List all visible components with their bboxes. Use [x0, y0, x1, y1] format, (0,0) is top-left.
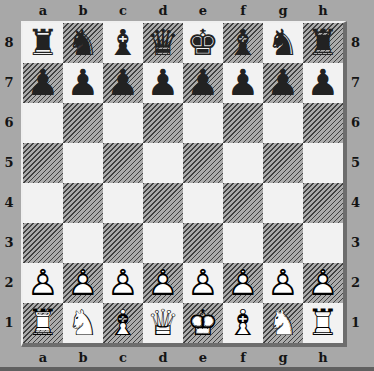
- square-a4[interactable]: [23, 183, 63, 223]
- square-b8[interactable]: ♞: [63, 23, 103, 63]
- square-g2[interactable]: ♟♙: [263, 263, 303, 303]
- piece-black-rook[interactable]: ♜: [303, 23, 343, 63]
- square-a2[interactable]: ♟♙: [23, 263, 63, 303]
- square-d7[interactable]: ♟: [143, 63, 183, 103]
- square-f2[interactable]: ♟♙: [223, 263, 263, 303]
- piece-white-knight[interactable]: ♘: [63, 303, 103, 343]
- square-e1[interactable]: ♚♔: [183, 303, 223, 343]
- square-e2[interactable]: ♟♙: [183, 263, 223, 303]
- square-g6[interactable]: [263, 103, 303, 143]
- piece-white-pawn[interactable]: ♙: [143, 263, 183, 303]
- square-d3[interactable]: [143, 223, 183, 263]
- rank-label-2: 2: [346, 263, 365, 303]
- square-c2[interactable]: ♟♙: [103, 263, 143, 303]
- square-e6[interactable]: [183, 103, 223, 143]
- square-e7[interactable]: ♟: [183, 63, 223, 103]
- rank-label-1: 1: [346, 303, 365, 343]
- rank-label-8: 8: [0, 23, 18, 63]
- rank-labels-right: 87654321: [346, 23, 365, 343]
- square-e4[interactable]: [183, 183, 223, 223]
- piece-black-pawn[interactable]: ♟: [303, 63, 343, 103]
- file-label-g: g: [263, 348, 303, 367]
- square-d2[interactable]: ♟♙: [143, 263, 183, 303]
- square-g3[interactable]: [263, 223, 303, 263]
- rank-label-1: 1: [0, 303, 18, 343]
- rank-label-4: 4: [0, 183, 18, 223]
- square-d4[interactable]: [143, 183, 183, 223]
- rank-label-4: 4: [346, 183, 365, 223]
- square-g8[interactable]: ♞: [263, 23, 303, 63]
- rank-label-6: 6: [0, 103, 18, 143]
- square-f8[interactable]: ♝: [223, 23, 263, 63]
- square-f5[interactable]: [223, 143, 263, 183]
- square-e5[interactable]: [183, 143, 223, 183]
- square-d8[interactable]: ♛: [143, 23, 183, 63]
- piece-white-pawn[interactable]: ♙: [103, 263, 143, 303]
- piece-white-pawn[interactable]: ♙: [23, 263, 63, 303]
- window-bottom-edge: [0, 367, 374, 371]
- piece-white-pawn[interactable]: ♙: [303, 263, 343, 303]
- rank-label-5: 5: [346, 143, 365, 183]
- square-d1[interactable]: ♛♕: [143, 303, 183, 343]
- chess-board: ♜♞♝♛♚♝♞♜♟♟♟♟♟♟♟♟♟♙♟♙♟♙♟♙♟♙♟♙♟♙♟♙♜♖♞♘♝♗♛♕…: [23, 23, 343, 343]
- piece-black-pawn[interactable]: ♟: [263, 63, 303, 103]
- square-d6[interactable]: [143, 103, 183, 143]
- piece-black-king[interactable]: ♚: [183, 23, 223, 63]
- square-h7[interactable]: ♟: [303, 63, 343, 103]
- chess-app-screen: abcdefgh 87654321 ♜♞♝♛♚♝♞♜♟♟♟♟♟♟♟♟♟♙♟♙♟♙…: [0, 0, 374, 371]
- file-label-a: a: [23, 348, 63, 367]
- file-label-e: e: [183, 1, 223, 20]
- file-label-d: d: [143, 348, 183, 367]
- square-b5[interactable]: [63, 143, 103, 183]
- square-a3[interactable]: [23, 223, 63, 263]
- piece-white-rook[interactable]: ♖: [23, 303, 63, 343]
- piece-white-pawn[interactable]: ♙: [263, 263, 303, 303]
- piece-black-bishop[interactable]: ♝: [223, 23, 263, 63]
- piece-black-rook[interactable]: ♜: [23, 23, 63, 63]
- square-g5[interactable]: [263, 143, 303, 183]
- piece-white-king[interactable]: ♔: [183, 303, 223, 343]
- square-c4[interactable]: [103, 183, 143, 223]
- square-f3[interactable]: [223, 223, 263, 263]
- file-label-h: h: [303, 348, 343, 367]
- square-b2[interactable]: ♟♙: [63, 263, 103, 303]
- rank-label-5: 5: [0, 143, 18, 183]
- piece-white-knight[interactable]: ♘: [263, 303, 303, 343]
- file-label-d: d: [143, 1, 183, 20]
- piece-black-pawn[interactable]: ♟: [223, 63, 263, 103]
- square-e3[interactable]: [183, 223, 223, 263]
- rank-label-7: 7: [346, 63, 365, 103]
- square-d5[interactable]: [143, 143, 183, 183]
- square-h8[interactable]: ♜: [303, 23, 343, 63]
- square-b7[interactable]: ♟: [63, 63, 103, 103]
- square-f1[interactable]: ♝♗: [223, 303, 263, 343]
- square-b6[interactable]: [63, 103, 103, 143]
- file-label-a: a: [23, 1, 63, 20]
- rank-label-8: 8: [346, 23, 365, 63]
- square-g4[interactable]: [263, 183, 303, 223]
- square-f4[interactable]: [223, 183, 263, 223]
- square-a5[interactable]: [23, 143, 63, 183]
- square-h4[interactable]: [303, 183, 343, 223]
- file-labels-top: abcdefgh: [23, 1, 343, 20]
- file-label-b: b: [63, 348, 103, 367]
- piece-black-knight[interactable]: ♞: [63, 23, 103, 63]
- piece-white-pawn[interactable]: ♙: [183, 263, 223, 303]
- square-h1[interactable]: ♜♖: [303, 303, 343, 343]
- file-label-c: c: [103, 348, 143, 367]
- rank-label-6: 6: [346, 103, 365, 143]
- piece-white-pawn[interactable]: ♙: [63, 263, 103, 303]
- file-label-g: g: [263, 1, 303, 20]
- piece-black-pawn[interactable]: ♟: [143, 63, 183, 103]
- rank-label-3: 3: [346, 223, 365, 263]
- file-label-f: f: [223, 1, 263, 20]
- piece-white-queen[interactable]: ♕: [143, 303, 183, 343]
- square-g7[interactable]: ♟: [263, 63, 303, 103]
- square-h6[interactable]: [303, 103, 343, 143]
- piece-black-pawn[interactable]: ♟: [183, 63, 223, 103]
- square-h3[interactable]: [303, 223, 343, 263]
- square-b1[interactable]: ♞♘: [63, 303, 103, 343]
- rank-label-3: 3: [0, 223, 18, 263]
- piece-white-rook[interactable]: ♖: [303, 303, 343, 343]
- square-a6[interactable]: [23, 103, 63, 143]
- piece-white-pawn[interactable]: ♙: [223, 263, 263, 303]
- square-a8[interactable]: ♜: [23, 23, 63, 63]
- square-c1[interactable]: ♝♗: [103, 303, 143, 343]
- file-label-e: e: [183, 348, 223, 367]
- square-f7[interactable]: ♟: [223, 63, 263, 103]
- piece-black-pawn[interactable]: ♟: [63, 63, 103, 103]
- piece-black-pawn[interactable]: ♟: [23, 63, 63, 103]
- file-labels-bottom: abcdefgh: [23, 348, 343, 367]
- square-h2[interactable]: ♟♙: [303, 263, 343, 303]
- piece-white-bishop[interactable]: ♗: [223, 303, 263, 343]
- board-frame: ♜♞♝♛♚♝♞♜♟♟♟♟♟♟♟♟♟♙♟♙♟♙♟♙♟♙♟♙♟♙♟♙♜♖♞♘♝♗♛♕…: [21, 21, 347, 347]
- file-label-h: h: [303, 1, 343, 20]
- file-label-b: b: [63, 1, 103, 20]
- rank-label-7: 7: [0, 63, 18, 103]
- square-b4[interactable]: [63, 183, 103, 223]
- square-c7[interactable]: ♟: [103, 63, 143, 103]
- square-h5[interactable]: [303, 143, 343, 183]
- file-label-c: c: [103, 1, 143, 20]
- square-a7[interactable]: ♟: [23, 63, 63, 103]
- piece-black-queen[interactable]: ♛: [143, 23, 183, 63]
- square-c6[interactable]: [103, 103, 143, 143]
- piece-white-bishop[interactable]: ♗: [103, 303, 143, 343]
- file-label-f: f: [223, 348, 263, 367]
- piece-black-pawn[interactable]: ♟: [103, 63, 143, 103]
- square-c3[interactable]: [103, 223, 143, 263]
- square-a1[interactable]: ♜♖: [23, 303, 63, 343]
- square-f6[interactable]: [223, 103, 263, 143]
- piece-black-knight[interactable]: ♞: [263, 23, 303, 63]
- rank-label-2: 2: [0, 263, 18, 303]
- square-e8[interactable]: ♚: [183, 23, 223, 63]
- square-c8[interactable]: ♝: [103, 23, 143, 63]
- square-b3[interactable]: [63, 223, 103, 263]
- rank-labels-left: 87654321: [0, 23, 18, 343]
- square-c5[interactable]: [103, 143, 143, 183]
- piece-black-bishop[interactable]: ♝: [103, 23, 143, 63]
- square-g1[interactable]: ♞♘: [263, 303, 303, 343]
